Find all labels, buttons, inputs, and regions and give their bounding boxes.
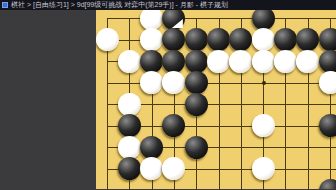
white-stone [162,157,185,180]
white-stone [162,71,185,94]
board-grid-hline [107,104,336,105]
black-stone [162,50,185,73]
white-stone [140,71,163,94]
white-stone [118,93,141,116]
black-stone [252,10,275,30]
black-stone [274,28,297,51]
star-point [262,81,266,85]
white-stone [274,50,297,73]
white-stone [252,114,275,137]
go-board[interactable] [96,10,336,189]
window-title: 棋社 > [自由练习1] > 9d[99级可挑战 对弈中(第29手)] - 月影… [11,0,228,10]
white-stone [252,157,275,180]
white-stone [207,50,230,73]
black-stone [319,50,336,73]
white-stone [229,50,252,73]
white-stone [118,136,141,159]
black-stone [319,179,336,190]
side-panel [0,10,96,189]
white-stone [252,28,275,51]
board-grid-hline [107,126,336,127]
white-stone [319,71,336,94]
black-stone [185,136,208,159]
white-stone [96,28,119,51]
black-stone [319,28,336,51]
black-stone [207,28,230,51]
white-stone [296,50,319,73]
black-stone [185,93,208,116]
black-stone [296,28,319,51]
black-stone [118,157,141,180]
black-stone [140,136,163,159]
white-stone [252,50,275,73]
app-icon [2,2,8,8]
black-stone [185,50,208,73]
black-stone [185,28,208,51]
black-stone [118,114,141,137]
white-stone [140,28,163,51]
black-stone [229,28,252,51]
black-stone [162,114,185,137]
black-stone [319,114,336,137]
black-stone [162,28,185,51]
black-stone [185,71,208,94]
white-stone [140,157,163,180]
white-stone [118,50,141,73]
black-stone [140,50,163,73]
window-title-bar: 棋社 > [自由练习1] > 9d[99级可挑战 对弈中(第29手)] - 月影… [0,0,336,10]
white-stone [140,10,163,30]
